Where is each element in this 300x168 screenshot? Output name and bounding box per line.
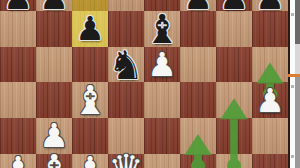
white-bishop-b2[interactable]: ♝ [36, 151, 72, 168]
white-queen-d2[interactable]: ♛ [108, 151, 144, 168]
panel-tick [291, 13, 294, 16]
scrollbar[interactable] [295, 0, 300, 168]
chess-board[interactable]: ♟♟♟♟♟♟♝♞♟♝♟♟♟♝♟♛ [0, 0, 288, 168]
black-bishop-e6[interactable]: ♝ [144, 11, 180, 47]
white-pawn-h4[interactable]: ♟ [252, 82, 288, 118]
white-pawn-c2[interactable]: ♟ [72, 151, 108, 168]
arrow-g2-g4 [221, 98, 248, 168]
arrow-f2-f3 [185, 134, 212, 168]
white-bishop-c4[interactable]: ♝ [72, 82, 108, 118]
scrollbar-track-light [295, 44, 300, 74]
scrollbar-thumb[interactable] [295, 0, 300, 44]
black-pawn-c6[interactable]: ♟ [72, 11, 108, 47]
black-pawn-h7[interactable]: ♟ [252, 0, 288, 15]
black-pawn-a7[interactable]: ♟ [0, 0, 36, 15]
panel-tick [291, 155, 294, 158]
panel-tick [291, 85, 294, 88]
black-pawn-g7[interactable]: ♟ [216, 0, 252, 15]
orange-marker [288, 74, 300, 77]
white-pawn-e5[interactable]: ♟ [144, 47, 180, 83]
black-knight-d5[interactable]: ♞ [108, 47, 144, 83]
white-pawn-a2[interactable]: ♟ [0, 151, 36, 168]
black-pawn-f7[interactable]: ♟ [180, 0, 216, 15]
black-pawn-b7[interactable]: ♟ [36, 0, 72, 15]
analysis-view: ♟♟♟♟♟♟♝♞♟♝♟♟♟♝♟♛ [0, 0, 300, 168]
